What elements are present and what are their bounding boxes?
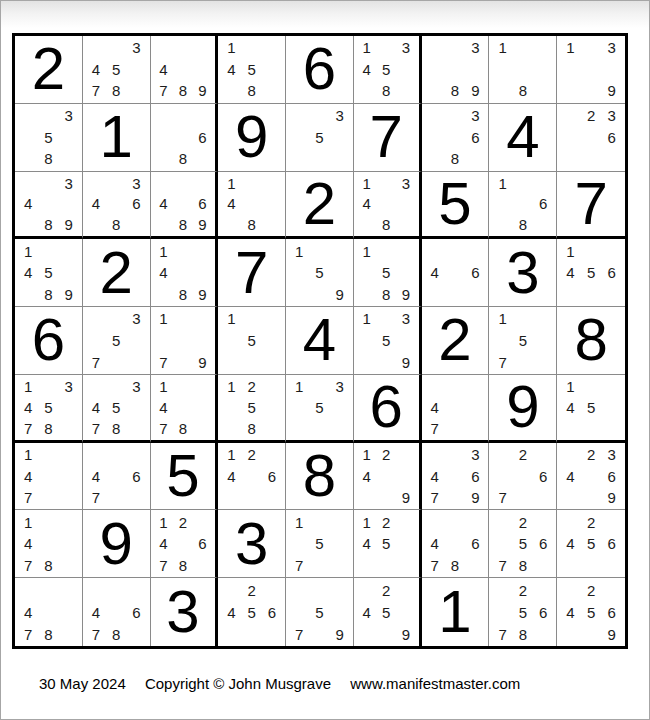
cell-r4c4[interactable]: 7 [218, 239, 286, 307]
candidate-8: 8 [242, 418, 262, 439]
cell-r6c1[interactable]: 134578 [15, 375, 83, 443]
candidate-5: 5 [309, 397, 329, 418]
candidate-6: 6 [533, 193, 553, 214]
pencil-marks: 157 [289, 511, 350, 576]
candidate-4: 4 [154, 397, 174, 418]
cell-r7c5[interactable]: 8 [286, 443, 354, 511]
candidate-1: 1 [18, 511, 38, 533]
solved-digit: 3 [235, 514, 268, 574]
candidate-4: 4 [18, 262, 38, 284]
cell-r4c3[interactable]: 1489 [151, 239, 219, 307]
candidate-9: 9 [193, 80, 213, 102]
pencil-marks: 467 [86, 444, 147, 509]
solved-digit: 6 [303, 39, 336, 99]
pencil-marks: 23469 [560, 444, 622, 509]
candidate-8: 8 [376, 284, 396, 306]
candidate-8: 8 [445, 80, 465, 102]
solved-digit: 6 [32, 310, 65, 370]
candidate-6: 6 [465, 533, 485, 555]
candidate-1: 1 [154, 376, 174, 397]
candidate-1: 1 [357, 240, 377, 262]
candidate-2: 2 [581, 105, 602, 127]
cell-r9c1[interactable]: 478 [15, 578, 83, 646]
cell-r5c8[interactable]: 157 [489, 307, 557, 375]
candidate-4: 4 [425, 533, 445, 555]
cell-r6c3[interactable]: 1478 [151, 375, 219, 443]
candidate-4: 4 [560, 262, 581, 284]
solved-digit: 8 [574, 310, 607, 370]
candidate-6: 6 [193, 533, 213, 555]
solved-digit: 9 [235, 107, 268, 167]
candidate-5: 5 [38, 397, 58, 418]
cell-r4c9[interactable]: 1456 [557, 239, 625, 307]
solved-digit: 3 [506, 243, 539, 303]
candidate-8: 8 [106, 214, 126, 235]
candidate-5: 5 [376, 533, 396, 555]
candidate-8: 8 [173, 80, 193, 102]
candidate-9: 9 [193, 351, 213, 373]
pencil-marks: 368 [425, 105, 486, 170]
pencil-marks: 3489 [18, 173, 79, 236]
cell-r7c3[interactable]: 5 [151, 443, 219, 511]
candidate-3: 3 [465, 37, 485, 59]
candidate-1: 1 [18, 444, 38, 466]
candidate-1: 1 [357, 37, 377, 59]
cell-r6c9[interactable]: 145 [557, 375, 625, 443]
candidate-1: 1 [492, 173, 512, 194]
candidate-2: 2 [242, 444, 262, 466]
cell-r2c8[interactable]: 4 [489, 104, 557, 172]
cell-r9c4[interactable]: 2456 [218, 578, 286, 646]
pencil-marks: 579 [289, 579, 350, 645]
pencil-marks: 24569 [560, 579, 622, 645]
cell-r7c9[interactable]: 23469 [557, 443, 625, 511]
candidate-8: 8 [242, 80, 262, 102]
candidate-8: 8 [106, 80, 126, 102]
pencil-marks: 267 [492, 444, 553, 509]
candidate-8: 8 [445, 148, 465, 170]
candidate-7: 7 [425, 418, 445, 439]
candidate-7: 7 [86, 487, 106, 509]
cell-r5c9[interactable]: 8 [557, 307, 625, 375]
cell-r2c1[interactable]: 358 [15, 104, 83, 172]
candidate-7: 7 [18, 418, 38, 439]
candidate-8: 8 [173, 214, 193, 235]
cell-r6c2[interactable]: 34578 [83, 375, 151, 443]
candidate-9: 9 [396, 351, 416, 373]
candidate-7: 7 [492, 555, 512, 577]
pencil-marks: 157 [492, 308, 553, 373]
candidate-1: 1 [560, 37, 581, 59]
candidate-6: 6 [126, 465, 146, 487]
candidate-6: 6 [533, 533, 553, 555]
candidate-4: 4 [86, 59, 106, 81]
candidate-4: 4 [560, 465, 581, 487]
candidate-9: 9 [193, 284, 213, 306]
pencil-marks: 147 [18, 444, 79, 509]
cell-r3c7[interactable]: 5 [422, 172, 490, 240]
cell-r3c4[interactable]: 148 [218, 172, 286, 240]
cell-r8c9[interactable]: 2456 [557, 510, 625, 578]
candidate-3: 3 [465, 105, 485, 127]
candidate-5: 5 [242, 59, 262, 81]
candidate-1: 1 [357, 308, 377, 330]
cell-r4c1[interactable]: 14589 [15, 239, 83, 307]
cell-r8c8[interactable]: 25678 [489, 510, 557, 578]
cell-r2c9[interactable]: 236 [557, 104, 625, 172]
pencil-marks: 4689 [154, 173, 213, 236]
cell-r4c5[interactable]: 159 [286, 239, 354, 307]
cell-r6c6[interactable]: 6 [354, 375, 422, 443]
pencil-marks: 2459 [357, 579, 416, 645]
candidate-4: 4 [154, 262, 174, 284]
pencil-marks: 3468 [86, 173, 147, 236]
pencil-marks: 159 [289, 240, 350, 305]
solved-digit: 4 [303, 310, 336, 370]
candidate-6: 6 [601, 601, 622, 623]
candidate-5: 5 [38, 262, 58, 284]
cell-r9c6[interactable]: 2459 [354, 578, 422, 646]
pencil-marks: 25678 [492, 511, 553, 576]
candidate-8: 8 [106, 623, 126, 645]
cell-r3c2[interactable]: 3468 [83, 172, 151, 240]
cell-r6c7[interactable]: 47 [422, 375, 490, 443]
solved-digit: 2 [99, 243, 132, 303]
candidate-5: 5 [581, 601, 602, 623]
pencil-marks: 1348 [357, 173, 416, 236]
cell-r8c7[interactable]: 4678 [422, 510, 490, 578]
cell-r1c2[interactable]: 34578 [83, 36, 151, 104]
cell-r2c6[interactable]: 7 [354, 104, 422, 172]
candidate-5: 5 [513, 601, 533, 623]
cell-r8c4[interactable]: 3 [218, 510, 286, 578]
cell-r7c2[interactable]: 467 [83, 443, 151, 511]
candidate-9: 9 [193, 214, 213, 235]
pencil-marks: 13458 [357, 37, 416, 102]
candidate-6: 6 [533, 601, 553, 623]
pencil-marks: 236 [560, 105, 622, 170]
candidate-8: 8 [106, 418, 126, 439]
pencil-marks: 4789 [154, 37, 213, 102]
candidate-2: 2 [581, 579, 602, 601]
solved-digit: 2 [438, 310, 471, 370]
cell-r2c5[interactable]: 35 [286, 104, 354, 172]
cell-r5c5[interactable]: 4 [286, 307, 354, 375]
candidate-1: 1 [154, 308, 174, 330]
candidate-7: 7 [154, 418, 174, 439]
footer-copyright: Copyright © John Musgrave [145, 675, 331, 692]
candidate-4: 4 [86, 397, 106, 418]
candidate-6: 6 [193, 126, 213, 148]
candidate-4: 4 [357, 465, 377, 487]
candidate-3: 3 [126, 308, 146, 330]
candidate-1: 1 [492, 37, 512, 59]
candidate-6: 6 [601, 262, 622, 284]
cell-r5c2[interactable]: 357 [83, 307, 151, 375]
cell-r7c4[interactable]: 1246 [218, 443, 286, 511]
cell-r9c2[interactable]: 4678 [83, 578, 151, 646]
candidate-6: 6 [601, 533, 622, 555]
candidate-1: 1 [221, 444, 241, 466]
candidate-5: 5 [309, 262, 329, 284]
candidate-5: 5 [242, 330, 262, 352]
solved-digit: 5 [166, 446, 199, 506]
cell-r1c9[interactable]: 139 [557, 36, 625, 104]
candidate-6: 6 [193, 193, 213, 214]
candidate-7: 7 [18, 555, 38, 577]
candidate-9: 9 [330, 623, 350, 645]
candidate-9: 9 [396, 284, 416, 306]
pencil-marks: 168 [492, 173, 553, 236]
candidate-4: 4 [154, 533, 174, 555]
candidate-1: 1 [221, 308, 241, 330]
candidate-5: 5 [106, 397, 126, 418]
pencil-marks: 134578 [18, 376, 79, 439]
cell-r5c7[interactable]: 2 [422, 307, 490, 375]
solved-digit: 1 [438, 582, 471, 642]
pencil-marks: 18 [492, 37, 553, 102]
cell-r4c2[interactable]: 2 [83, 239, 151, 307]
candidate-4: 4 [221, 601, 241, 623]
cell-r7c1[interactable]: 147 [15, 443, 83, 511]
candidate-8: 8 [173, 148, 193, 170]
cell-r2c4[interactable]: 9 [218, 104, 286, 172]
cell-r3c1[interactable]: 3489 [15, 172, 83, 240]
candidate-7: 7 [86, 623, 106, 645]
cell-r5c6[interactable]: 1359 [354, 307, 422, 375]
candidate-6: 6 [533, 465, 553, 487]
cell-r2c3[interactable]: 68 [151, 104, 219, 172]
pencil-marks: 1489 [154, 240, 213, 305]
cell-r6c4[interactable]: 1258 [218, 375, 286, 443]
candidate-2: 2 [513, 579, 533, 601]
candidate-5: 5 [581, 533, 602, 555]
candidate-2: 2 [581, 511, 602, 533]
candidate-8: 8 [38, 418, 58, 439]
cell-r6c5[interactable]: 135 [286, 375, 354, 443]
cell-r3c5[interactable]: 2 [286, 172, 354, 240]
cell-r4c8[interactable]: 3 [489, 239, 557, 307]
pencil-marks: 14589 [18, 240, 79, 305]
cell-r1c5[interactable]: 6 [286, 36, 354, 104]
cell-r5c1[interactable]: 6 [15, 307, 83, 375]
cell-r9c7[interactable]: 1 [422, 578, 490, 646]
candidate-1: 1 [560, 240, 581, 262]
candidate-8: 8 [513, 80, 533, 102]
pencil-marks: 47 [425, 376, 486, 439]
cell-r1c3[interactable]: 4789 [151, 36, 219, 104]
candidate-2: 2 [513, 444, 533, 466]
candidate-3: 3 [601, 37, 622, 59]
candidate-9: 9 [396, 623, 416, 645]
candidate-8: 8 [513, 214, 533, 235]
candidate-4: 4 [560, 601, 581, 623]
candidate-6: 6 [601, 465, 622, 487]
cell-r2c2[interactable]: 1 [83, 104, 151, 172]
cell-r7c7[interactable]: 34679 [422, 443, 490, 511]
cell-r9c5[interactable]: 579 [286, 578, 354, 646]
cell-r1c1[interactable]: 2 [15, 36, 83, 104]
candidate-4: 4 [357, 533, 377, 555]
candidate-3: 3 [330, 105, 350, 127]
cell-r4c6[interactable]: 1589 [354, 239, 422, 307]
candidate-8: 8 [173, 284, 193, 306]
candidate-9: 9 [601, 80, 622, 102]
candidate-4: 4 [86, 193, 106, 214]
candidate-4: 4 [18, 397, 38, 418]
solved-digit: 2 [32, 39, 65, 99]
candidate-8: 8 [38, 555, 58, 577]
cell-r1c6[interactable]: 13458 [354, 36, 422, 104]
pencil-marks: 2456 [221, 579, 282, 645]
candidate-5: 5 [242, 397, 262, 418]
pencil-marks: 2456 [560, 511, 622, 576]
candidate-7: 7 [86, 418, 106, 439]
candidate-5: 5 [376, 59, 396, 81]
pencil-marks: 389 [425, 37, 486, 102]
cell-r8c6[interactable]: 1245 [354, 510, 422, 578]
cell-r3c9[interactable]: 7 [557, 172, 625, 240]
candidate-6: 6 [601, 126, 622, 148]
candidate-5: 5 [376, 601, 396, 623]
candidate-5: 5 [106, 330, 126, 352]
candidate-3: 3 [396, 308, 416, 330]
cell-r5c3[interactable]: 179 [151, 307, 219, 375]
cell-r8c5[interactable]: 157 [286, 510, 354, 578]
cell-r8c2[interactable]: 9 [83, 510, 151, 578]
cell-r9c3[interactable]: 3 [151, 578, 219, 646]
pencil-marks: 358 [18, 105, 79, 170]
candidate-3: 3 [396, 37, 416, 59]
candidate-7: 7 [492, 351, 512, 373]
candidate-1: 1 [289, 511, 309, 533]
solved-digit: 9 [99, 514, 132, 574]
cell-r3c8[interactable]: 168 [489, 172, 557, 240]
candidate-7: 7 [18, 623, 38, 645]
candidate-1: 1 [357, 511, 377, 533]
candidate-1: 1 [357, 173, 377, 194]
candidate-4: 4 [425, 397, 445, 418]
candidate-4: 4 [221, 193, 241, 214]
candidate-6: 6 [262, 465, 282, 487]
cell-r7c6[interactable]: 1249 [354, 443, 422, 511]
cell-r9c9[interactable]: 24569 [557, 578, 625, 646]
pencil-marks: 145 [560, 376, 622, 439]
candidate-4: 4 [357, 193, 377, 214]
cell-r1c4[interactable]: 1458 [218, 36, 286, 104]
cell-r9c8[interactable]: 25678 [489, 578, 557, 646]
candidate-5: 5 [242, 601, 262, 623]
cell-r3c3[interactable]: 4689 [151, 172, 219, 240]
cell-r8c1[interactable]: 1478 [15, 510, 83, 578]
candidate-4: 4 [425, 262, 445, 284]
candidate-8: 8 [376, 80, 396, 102]
cell-r3c6[interactable]: 1348 [354, 172, 422, 240]
candidate-5: 5 [106, 59, 126, 81]
pencil-marks: 1359 [357, 308, 416, 373]
candidate-6: 6 [126, 193, 146, 214]
solved-digit: 5 [438, 174, 471, 234]
pencil-marks: 34679 [425, 444, 486, 509]
candidate-3: 3 [59, 173, 79, 194]
pencil-marks: 478 [18, 579, 79, 645]
footer-date: 30 May 2024 [39, 675, 126, 692]
candidate-4: 4 [86, 465, 106, 487]
candidate-1: 1 [357, 444, 377, 466]
candidate-8: 8 [38, 214, 58, 235]
sudoku-board: 2345784789145861345838918139358168935736… [12, 33, 628, 649]
candidate-2: 2 [513, 511, 533, 533]
candidate-9: 9 [601, 623, 622, 645]
candidate-3: 3 [601, 444, 622, 466]
cell-r8c3[interactable]: 124678 [151, 510, 219, 578]
cell-r5c4[interactable]: 15 [218, 307, 286, 375]
candidate-8: 8 [376, 214, 396, 235]
candidate-1: 1 [560, 376, 581, 397]
candidate-1: 1 [154, 511, 174, 533]
candidate-1: 1 [221, 37, 241, 59]
candidate-4: 4 [560, 397, 581, 418]
candidate-5: 5 [581, 397, 602, 418]
candidate-4: 4 [86, 601, 106, 623]
candidate-3: 3 [126, 37, 146, 59]
candidate-7: 7 [154, 351, 174, 373]
candidate-8: 8 [513, 623, 533, 645]
candidate-2: 2 [242, 579, 262, 601]
candidate-3: 3 [465, 444, 485, 466]
candidate-9: 9 [330, 284, 350, 306]
candidate-7: 7 [492, 623, 512, 645]
candidate-4: 4 [560, 533, 581, 555]
candidate-9: 9 [396, 487, 416, 509]
candidate-8: 8 [513, 555, 533, 577]
candidate-6: 6 [262, 601, 282, 623]
candidate-4: 4 [18, 465, 38, 487]
pencil-marks: 1458 [221, 37, 282, 102]
candidate-6: 6 [126, 601, 146, 623]
candidate-5: 5 [309, 533, 329, 555]
pencil-marks: 15 [221, 308, 282, 373]
candidate-9: 9 [465, 487, 485, 509]
cell-r7c8[interactable]: 267 [489, 443, 557, 511]
pencil-marks: 135 [289, 376, 350, 439]
candidate-5: 5 [376, 330, 396, 352]
cell-r2c7[interactable]: 368 [422, 104, 490, 172]
cell-r1c8[interactable]: 18 [489, 36, 557, 104]
candidate-4: 4 [221, 59, 241, 81]
pencil-marks: 357 [86, 308, 147, 373]
candidate-9: 9 [59, 284, 79, 306]
pencil-marks: 34578 [86, 37, 147, 102]
pencil-marks: 34578 [86, 376, 147, 439]
candidate-4: 4 [357, 59, 377, 81]
cell-r4c7[interactable]: 46 [422, 239, 490, 307]
candidate-5: 5 [309, 601, 329, 623]
pencil-marks: 148 [221, 173, 282, 236]
puzzle-page: 2345784789145861345838918139358168935736… [0, 0, 650, 720]
candidate-1: 1 [221, 173, 241, 194]
candidate-8: 8 [38, 623, 58, 645]
candidate-9: 9 [601, 487, 622, 509]
cell-r1c7[interactable]: 389 [422, 36, 490, 104]
candidate-8: 8 [445, 555, 465, 577]
candidate-6: 6 [465, 465, 485, 487]
candidate-1: 1 [289, 376, 309, 397]
cell-r6c8[interactable]: 9 [489, 375, 557, 443]
candidate-3: 3 [330, 376, 350, 397]
candidate-2: 2 [376, 444, 396, 466]
candidate-3: 3 [59, 105, 79, 127]
